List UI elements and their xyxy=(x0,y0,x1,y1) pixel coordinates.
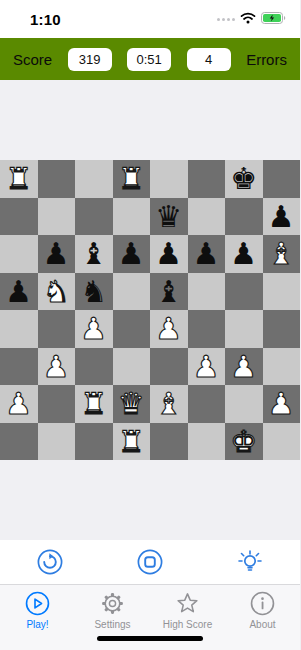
tab-about[interactable]: About xyxy=(225,585,300,650)
hint-button[interactable] xyxy=(236,548,264,576)
score-label: Score xyxy=(13,51,52,68)
info-icon xyxy=(250,591,275,616)
tab-play[interactable]: Play! xyxy=(0,585,75,650)
square-e2[interactable]: ♝ xyxy=(150,385,188,423)
square-b4[interactable] xyxy=(38,310,76,348)
square-f4[interactable] xyxy=(188,310,226,348)
square-f3[interactable]: ♟ xyxy=(188,348,226,386)
square-f5[interactable] xyxy=(188,273,226,311)
square-a8[interactable]: ♜ xyxy=(0,160,38,198)
square-h8[interactable] xyxy=(263,160,301,198)
square-h2[interactable]: ♟ xyxy=(263,385,301,423)
white-rook: ♜ xyxy=(5,160,32,198)
square-d5[interactable] xyxy=(113,273,151,311)
square-e4[interactable]: ♟ xyxy=(150,310,188,348)
square-g7[interactable] xyxy=(225,198,263,236)
score-value: 319 xyxy=(68,48,112,71)
square-c5[interactable]: ♞ xyxy=(75,273,113,311)
lightbulb-icon xyxy=(236,548,264,576)
square-c6[interactable]: ♝ xyxy=(75,235,113,273)
square-d4[interactable] xyxy=(113,310,151,348)
white-rook: ♜ xyxy=(118,423,145,461)
square-a1[interactable] xyxy=(0,423,38,461)
white-queen: ♛ xyxy=(118,385,145,423)
tab-about-label: About xyxy=(249,619,275,630)
square-d8[interactable]: ♜ xyxy=(113,160,151,198)
errors-value: 4 xyxy=(187,48,231,71)
square-g6[interactable]: ♟ xyxy=(225,235,263,273)
white-rook: ♜ xyxy=(118,160,145,198)
square-h1[interactable] xyxy=(263,423,301,461)
white-bishop: ♝ xyxy=(155,385,182,423)
square-b1[interactable] xyxy=(38,423,76,461)
square-a3[interactable] xyxy=(0,348,38,386)
square-g1[interactable]: ♚ xyxy=(225,423,263,461)
black-pawn: ♟ xyxy=(230,235,257,273)
square-h7[interactable]: ♟ xyxy=(263,198,301,236)
square-c7[interactable] xyxy=(75,198,113,236)
white-pawn: ♟ xyxy=(193,348,220,386)
black-queen: ♛ xyxy=(155,198,182,236)
restart-button[interactable] xyxy=(36,548,64,576)
square-b6[interactable]: ♟ xyxy=(38,235,76,273)
square-c2[interactable]: ♜ xyxy=(75,385,113,423)
timer-value: 0:51 xyxy=(127,48,171,71)
square-c8[interactable] xyxy=(75,160,113,198)
black-pawn: ♟ xyxy=(155,235,182,273)
square-f1[interactable] xyxy=(188,423,226,461)
square-a5[interactable]: ♟ xyxy=(0,273,38,311)
home-indicator[interactable] xyxy=(97,636,203,641)
white-pawn: ♟ xyxy=(5,385,32,423)
white-king: ♚ xyxy=(230,423,257,461)
white-pawn: ♟ xyxy=(230,348,257,386)
square-a6[interactable] xyxy=(0,235,38,273)
wifi-icon xyxy=(240,10,256,28)
black-pawn: ♟ xyxy=(193,235,220,273)
white-pawn: ♟ xyxy=(155,310,182,348)
stop-icon xyxy=(137,549,163,575)
white-pawn: ♟ xyxy=(80,310,107,348)
black-pawn: ♟ xyxy=(268,198,295,236)
battery-icon xyxy=(261,10,286,28)
white-pawn: ♟ xyxy=(268,385,295,423)
square-b7[interactable] xyxy=(38,198,76,236)
white-rook: ♜ xyxy=(80,385,107,423)
gear-icon xyxy=(100,591,125,616)
square-c1[interactable] xyxy=(75,423,113,461)
square-f7[interactable] xyxy=(188,198,226,236)
square-b8[interactable] xyxy=(38,160,76,198)
square-g4[interactable] xyxy=(225,310,263,348)
square-g5[interactable] xyxy=(225,273,263,311)
square-f8[interactable] xyxy=(188,160,226,198)
white-pawn: ♟ xyxy=(43,348,70,386)
black-pawn: ♟ xyxy=(43,235,70,273)
tab-settings-label: Settings xyxy=(94,619,130,630)
chess-board[interactable]: ♜♜♚♛♟♟♝♟♟♟♟♝♟♞♞♝♟♟♟♟♟♟♜♛♝♟♜♚ xyxy=(0,160,300,460)
black-bishop: ♝ xyxy=(80,235,107,273)
square-b3[interactable]: ♟ xyxy=(38,348,76,386)
score-header: Score 319 0:51 4 Errors xyxy=(0,38,300,80)
square-h3[interactable] xyxy=(263,348,301,386)
white-bishop: ♝ xyxy=(268,235,295,273)
stop-button[interactable] xyxy=(136,548,164,576)
square-f2[interactable] xyxy=(188,385,226,423)
square-a2[interactable]: ♟ xyxy=(0,385,38,423)
square-d7[interactable] xyxy=(113,198,151,236)
black-bishop: ♝ xyxy=(155,273,182,311)
square-d3[interactable] xyxy=(113,348,151,386)
square-e6[interactable]: ♟ xyxy=(150,235,188,273)
play-icon xyxy=(25,591,50,616)
star-icon xyxy=(175,591,200,616)
restart-icon xyxy=(37,549,63,575)
square-d1[interactable]: ♜ xyxy=(113,423,151,461)
black-pawn: ♟ xyxy=(118,235,145,273)
game-toolbar xyxy=(0,540,300,584)
square-e5[interactable]: ♝ xyxy=(150,273,188,311)
square-b2[interactable] xyxy=(38,385,76,423)
square-g8[interactable]: ♚ xyxy=(225,160,263,198)
tab-play-label: Play! xyxy=(26,619,48,630)
square-e3[interactable] xyxy=(150,348,188,386)
white-knight: ♞ xyxy=(43,273,70,311)
square-e8[interactable] xyxy=(150,160,188,198)
square-h6[interactable]: ♝ xyxy=(263,235,301,273)
black-king: ♚ xyxy=(230,160,257,198)
clock-time: 1:10 xyxy=(30,11,61,28)
square-g2[interactable] xyxy=(225,385,263,423)
status-bar: 1:10 xyxy=(0,0,300,38)
square-c3[interactable] xyxy=(75,348,113,386)
black-knight: ♞ xyxy=(80,273,107,311)
square-a7[interactable] xyxy=(0,198,38,236)
cellular-signal-icon xyxy=(217,18,235,21)
tab-high-score-label: High Score xyxy=(163,619,212,630)
square-h5[interactable] xyxy=(263,273,301,311)
square-e7[interactable]: ♛ xyxy=(150,198,188,236)
black-pawn: ♟ xyxy=(5,273,32,311)
square-e1[interactable] xyxy=(150,423,188,461)
square-f6[interactable]: ♟ xyxy=(188,235,226,273)
square-d6[interactable]: ♟ xyxy=(113,235,151,273)
square-a4[interactable] xyxy=(0,310,38,348)
square-g3[interactable]: ♟ xyxy=(225,348,263,386)
square-c4[interactable]: ♟ xyxy=(75,310,113,348)
square-b5[interactable]: ♞ xyxy=(38,273,76,311)
square-h4[interactable] xyxy=(263,310,301,348)
errors-label: Errors xyxy=(246,51,287,68)
square-d2[interactable]: ♛ xyxy=(113,385,151,423)
